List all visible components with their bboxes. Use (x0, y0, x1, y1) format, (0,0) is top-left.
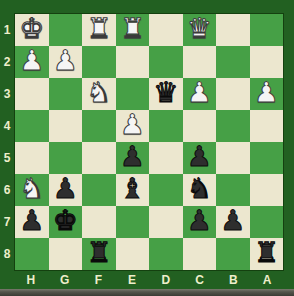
square-e7[interactable] (116, 206, 150, 238)
square-d1[interactable] (149, 14, 183, 46)
square-g8[interactable] (49, 238, 83, 270)
square-c2[interactable] (183, 46, 217, 78)
square-d3[interactable]: ♛ (149, 78, 183, 110)
white-pawn-icon[interactable]: ♟ (19, 47, 44, 75)
square-a2[interactable] (250, 46, 284, 78)
square-c1[interactable]: ♛ (183, 14, 217, 46)
square-e2[interactable] (116, 46, 150, 78)
black-pawn-icon[interactable]: ♟ (120, 143, 145, 171)
file-label-d: D (149, 271, 183, 289)
square-c5[interactable]: ♟ (183, 142, 217, 174)
rank-label-8: 8 (0, 238, 14, 270)
square-a6[interactable] (250, 174, 284, 206)
square-b7[interactable]: ♟ (216, 206, 250, 238)
chess-board[interactable]: ♚♜♜♛♟♟♞♛♟♟♟♟♟♞♟♝♞♟♚♟♟♜♜ (14, 13, 284, 271)
rank-label-7: 7 (0, 206, 14, 238)
white-pawn-icon[interactable]: ♟ (187, 79, 212, 107)
square-h6[interactable]: ♞ (15, 174, 49, 206)
square-f5[interactable] (82, 142, 116, 174)
square-h7[interactable]: ♟ (15, 206, 49, 238)
square-h5[interactable] (15, 142, 49, 174)
file-label-f: F (82, 271, 116, 289)
white-knight-icon[interactable]: ♞ (86, 79, 111, 107)
square-f8[interactable]: ♜ (82, 238, 116, 270)
black-pawn-icon[interactable]: ♟ (187, 207, 212, 235)
square-h2[interactable]: ♟ (15, 46, 49, 78)
white-pawn-icon[interactable]: ♟ (53, 47, 78, 75)
square-b4[interactable] (216, 110, 250, 142)
square-b5[interactable] (216, 142, 250, 174)
black-rook-icon[interactable]: ♜ (86, 239, 111, 267)
white-pawn-icon[interactable]: ♟ (254, 79, 279, 107)
square-e3[interactable] (116, 78, 150, 110)
square-c7[interactable]: ♟ (183, 206, 217, 238)
square-f3[interactable]: ♞ (82, 78, 116, 110)
square-e8[interactable] (116, 238, 150, 270)
square-h4[interactable] (15, 110, 49, 142)
black-pawn-icon[interactable]: ♟ (220, 207, 245, 235)
square-a3[interactable]: ♟ (250, 78, 284, 110)
square-c6[interactable]: ♞ (183, 174, 217, 206)
square-b1[interactable] (216, 14, 250, 46)
square-c3[interactable]: ♟ (183, 78, 217, 110)
black-king-icon[interactable]: ♚ (53, 207, 78, 235)
square-f2[interactable] (82, 46, 116, 78)
black-pawn-icon[interactable]: ♟ (19, 207, 44, 235)
square-g5[interactable] (49, 142, 83, 174)
black-pawn-icon[interactable]: ♟ (53, 175, 78, 203)
rank-labels: 12345678 (0, 14, 14, 270)
square-b2[interactable] (216, 46, 250, 78)
square-c4[interactable] (183, 110, 217, 142)
rank-label-1: 1 (0, 14, 14, 46)
square-d2[interactable] (149, 46, 183, 78)
square-c8[interactable] (183, 238, 217, 270)
file-labels: HGFEDCBA (14, 271, 284, 289)
file-label-a: A (250, 271, 284, 289)
square-b6[interactable] (216, 174, 250, 206)
file-label-b: B (217, 271, 251, 289)
square-f7[interactable] (82, 206, 116, 238)
black-knight-icon[interactable]: ♞ (187, 175, 212, 203)
file-label-e: E (115, 271, 149, 289)
file-label-g: G (48, 271, 82, 289)
square-f6[interactable] (82, 174, 116, 206)
square-a8[interactable]: ♜ (250, 238, 284, 270)
square-h3[interactable] (15, 78, 49, 110)
square-e4[interactable]: ♟ (116, 110, 150, 142)
rank-label-3: 3 (0, 78, 14, 110)
square-a5[interactable] (250, 142, 284, 174)
bottom-shadow (0, 289, 294, 296)
square-g1[interactable] (49, 14, 83, 46)
square-b8[interactable] (216, 238, 250, 270)
square-a4[interactable] (250, 110, 284, 142)
square-d8[interactable] (149, 238, 183, 270)
square-f4[interactable] (82, 110, 116, 142)
rank-label-5: 5 (0, 142, 14, 174)
square-e1[interactable]: ♜ (116, 14, 150, 46)
rank-label-2: 2 (0, 46, 14, 78)
file-label-h: H (14, 271, 48, 289)
white-king-icon[interactable]: ♚ (19, 15, 44, 43)
square-h1[interactable]: ♚ (15, 14, 49, 46)
white-rook-icon[interactable]: ♜ (120, 15, 145, 43)
square-a7[interactable] (250, 206, 284, 238)
square-a1[interactable] (250, 14, 284, 46)
square-d4[interactable] (149, 110, 183, 142)
square-g7[interactable]: ♚ (49, 206, 83, 238)
white-queen-icon[interactable]: ♛ (187, 15, 212, 43)
square-g4[interactable] (49, 110, 83, 142)
square-h8[interactable] (15, 238, 49, 270)
white-pawn-icon[interactable]: ♟ (120, 111, 145, 139)
square-e5[interactable]: ♟ (116, 142, 150, 174)
square-d6[interactable] (149, 174, 183, 206)
rank-label-4: 4 (0, 110, 14, 142)
rank-label-6: 6 (0, 174, 14, 206)
file-label-c: C (183, 271, 217, 289)
black-bishop-icon[interactable]: ♝ (120, 175, 145, 203)
square-e6[interactable]: ♝ (116, 174, 150, 206)
square-d7[interactable] (149, 206, 183, 238)
white-knight-icon[interactable]: ♞ (19, 175, 44, 203)
black-pawn-icon[interactable]: ♟ (187, 143, 212, 171)
square-g2[interactable]: ♟ (49, 46, 83, 78)
black-rook-icon[interactable]: ♜ (254, 239, 279, 267)
black-queen-icon[interactable]: ♛ (153, 79, 178, 107)
square-g3[interactable] (49, 78, 83, 110)
square-f1[interactable]: ♜ (82, 14, 116, 46)
square-d5[interactable] (149, 142, 183, 174)
square-b3[interactable] (216, 78, 250, 110)
chess-board-widget: 12345678 ♚♜♜♛♟♟♞♛♟♟♟♟♟♞♟♝♞♟♚♟♟♜♜ HGFEDCB… (0, 0, 294, 296)
white-rook-icon[interactable]: ♜ (86, 15, 111, 43)
square-g6[interactable]: ♟ (49, 174, 83, 206)
